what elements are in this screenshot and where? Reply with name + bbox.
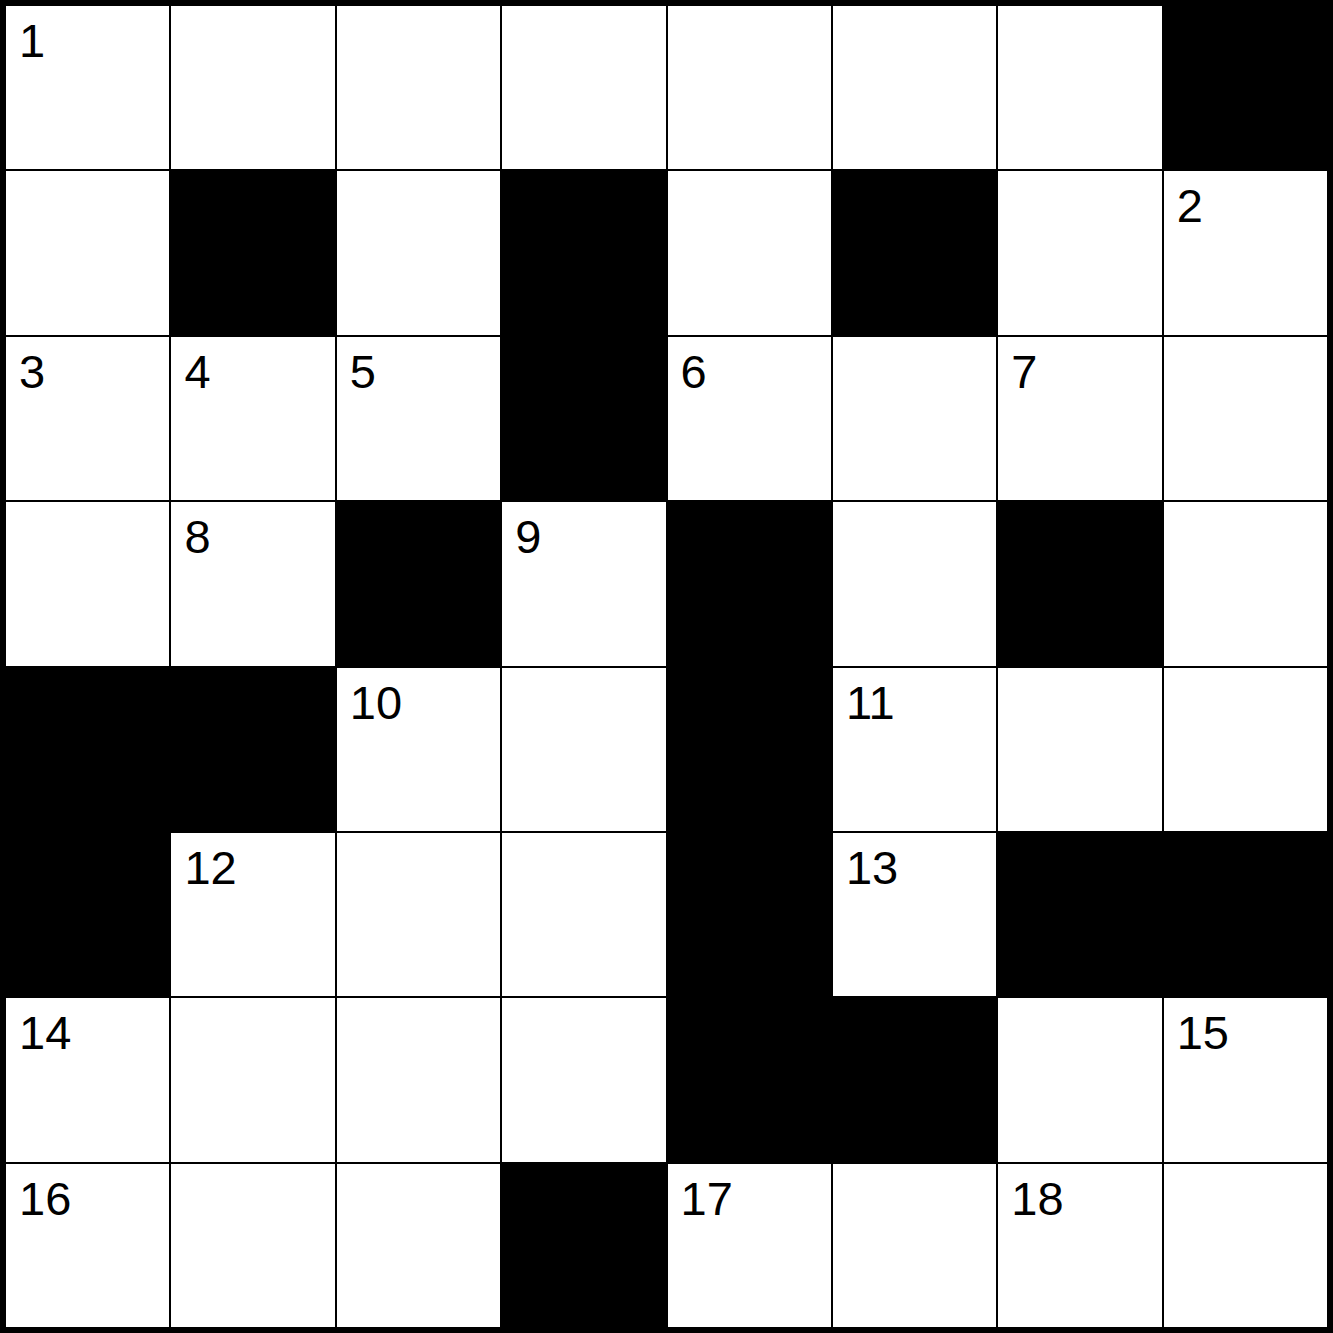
cell-r7c5	[668, 998, 831, 1161]
cell-r6c8	[1164, 833, 1327, 996]
cell-r5c1	[6, 668, 169, 831]
cell-r6c7	[998, 833, 1161, 996]
cell-r8c8[interactable]	[1164, 1164, 1327, 1327]
cell-r2c2	[171, 171, 334, 334]
cell-r5c7[interactable]	[998, 668, 1161, 831]
cell-r4c8[interactable]	[1164, 502, 1327, 665]
clue-number-16: 16	[19, 1173, 71, 1225]
cell-r8c7[interactable]: 18	[998, 1164, 1161, 1327]
cell-r3c3[interactable]: 5	[337, 337, 500, 500]
clue-number-9: 9	[515, 511, 541, 563]
cell-r4c4[interactable]: 9	[502, 502, 665, 665]
cell-r7c4[interactable]	[502, 998, 665, 1161]
cell-r7c6	[833, 998, 996, 1161]
clue-number-6: 6	[681, 346, 707, 398]
cell-r3c2[interactable]: 4	[171, 337, 334, 500]
clue-number-1: 1	[19, 15, 45, 67]
cell-r6c5	[668, 833, 831, 996]
cell-r4c5	[668, 502, 831, 665]
cell-r6c3[interactable]	[337, 833, 500, 996]
cell-r8c6[interactable]	[833, 1164, 996, 1327]
cell-r4c6[interactable]	[833, 502, 996, 665]
cell-r1c4[interactable]	[502, 6, 665, 169]
cell-r2c8[interactable]: 2	[1164, 171, 1327, 334]
cell-r2c1[interactable]	[6, 171, 169, 334]
cell-r4c3	[337, 502, 500, 665]
clue-number-17: 17	[681, 1173, 733, 1225]
cell-r1c8	[1164, 6, 1327, 169]
cell-r2c7[interactable]	[998, 171, 1161, 334]
cell-r5c8[interactable]	[1164, 668, 1327, 831]
cell-r4c7	[998, 502, 1161, 665]
cell-r4c2[interactable]: 8	[171, 502, 334, 665]
clue-number-15: 15	[1177, 1007, 1229, 1059]
clue-number-12: 12	[184, 842, 236, 894]
cell-r7c1[interactable]: 14	[6, 998, 169, 1161]
cell-r3c1[interactable]: 3	[6, 337, 169, 500]
cell-r1c1[interactable]: 1	[6, 6, 169, 169]
cell-r8c1[interactable]: 16	[6, 1164, 169, 1327]
clue-number-11: 11	[846, 677, 895, 729]
clue-number-8: 8	[184, 511, 210, 563]
cell-r2c5[interactable]	[668, 171, 831, 334]
cell-r6c2[interactable]: 12	[171, 833, 334, 996]
cell-r4c1[interactable]	[6, 502, 169, 665]
clue-number-14: 14	[19, 1007, 71, 1059]
cell-r1c5[interactable]	[668, 6, 831, 169]
cell-r5c6[interactable]: 11	[833, 668, 996, 831]
cell-r1c6[interactable]	[833, 6, 996, 169]
cell-r8c2[interactable]	[171, 1164, 334, 1327]
clue-number-18: 18	[1011, 1173, 1063, 1225]
cell-r5c2	[171, 668, 334, 831]
cell-r3c7[interactable]: 7	[998, 337, 1161, 500]
crossword-grid: 123456789101112131415161718	[0, 0, 1333, 1333]
cell-r7c2[interactable]	[171, 998, 334, 1161]
cell-r2c6	[833, 171, 996, 334]
cell-r2c4	[502, 171, 665, 334]
cell-r5c5	[668, 668, 831, 831]
cell-r2c3[interactable]	[337, 171, 500, 334]
cell-r3c5[interactable]: 6	[668, 337, 831, 500]
clue-number-4: 4	[184, 346, 210, 398]
cell-r1c7[interactable]	[998, 6, 1161, 169]
cell-r3c6[interactable]	[833, 337, 996, 500]
cell-r3c8[interactable]	[1164, 337, 1327, 500]
cell-r8c4	[502, 1164, 665, 1327]
cell-r1c3[interactable]	[337, 6, 500, 169]
cell-r1c2[interactable]	[171, 6, 334, 169]
clue-number-13: 13	[846, 842, 898, 894]
clue-number-3: 3	[19, 346, 45, 398]
clue-number-10: 10	[350, 677, 402, 729]
cell-r5c4[interactable]	[502, 668, 665, 831]
cell-r3c4	[502, 337, 665, 500]
cell-r6c4[interactable]	[502, 833, 665, 996]
cell-r8c3[interactable]	[337, 1164, 500, 1327]
cell-r7c8[interactable]: 15	[1164, 998, 1327, 1161]
cell-r7c3[interactable]	[337, 998, 500, 1161]
cell-r6c6[interactable]: 13	[833, 833, 996, 996]
clue-number-2: 2	[1177, 180, 1203, 232]
clue-number-7: 7	[1011, 346, 1037, 398]
cell-r7c7[interactable]	[998, 998, 1161, 1161]
clue-number-5: 5	[350, 346, 376, 398]
cell-r5c3[interactable]: 10	[337, 668, 500, 831]
cell-r8c5[interactable]: 17	[668, 1164, 831, 1327]
cell-r6c1	[6, 833, 169, 996]
